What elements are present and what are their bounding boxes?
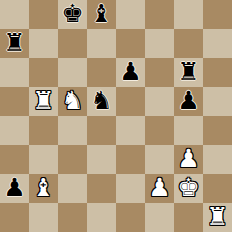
square-d1[interactable] [87,203,116,232]
square-f6[interactable] [145,58,174,87]
square-b7[interactable] [29,29,58,58]
square-f4[interactable] [145,116,174,145]
white-rook: ♜ [32,88,54,113]
black-king: ♚ [61,1,83,26]
square-c5[interactable]: ♞ [58,87,87,116]
square-d3[interactable] [87,145,116,174]
square-e7[interactable] [116,29,145,58]
square-a2[interactable]: ♟ [0,174,29,203]
square-c3[interactable] [58,145,87,174]
square-e5[interactable] [116,87,145,116]
square-a5[interactable] [0,87,29,116]
square-d4[interactable] [87,116,116,145]
square-h4[interactable] [203,116,232,145]
square-c1[interactable] [58,203,87,232]
white-pawn: ♟ [177,146,199,171]
black-rook: ♜ [177,59,199,84]
square-h6[interactable] [203,58,232,87]
square-h8[interactable] [203,0,232,29]
square-h3[interactable] [203,145,232,174]
square-c6[interactable] [58,58,87,87]
square-h1[interactable]: ♜ [203,203,232,232]
square-a1[interactable] [0,203,29,232]
square-g7[interactable] [174,29,203,58]
square-b8[interactable] [29,0,58,29]
square-f7[interactable] [145,29,174,58]
square-g8[interactable] [174,0,203,29]
square-f8[interactable] [145,0,174,29]
square-g6[interactable]: ♜ [174,58,203,87]
white-king: ♚ [177,175,199,200]
black-bishop: ♝ [90,1,112,26]
square-b3[interactable] [29,145,58,174]
square-a6[interactable] [0,58,29,87]
square-e2[interactable] [116,174,145,203]
square-b4[interactable] [29,116,58,145]
square-b2[interactable]: ♝ [29,174,58,203]
square-d6[interactable] [87,58,116,87]
square-c7[interactable] [58,29,87,58]
square-g2[interactable]: ♚ [174,174,203,203]
square-b6[interactable] [29,58,58,87]
black-pawn: ♟ [3,175,25,200]
square-b5[interactable]: ♜ [29,87,58,116]
black-pawn: ♟ [119,59,141,84]
square-e1[interactable] [116,203,145,232]
square-f2[interactable]: ♟ [145,174,174,203]
square-a7[interactable]: ♜ [0,29,29,58]
square-f1[interactable] [145,203,174,232]
white-bishop: ♝ [32,175,54,200]
square-c4[interactable] [58,116,87,145]
white-pawn: ♟ [148,175,170,200]
square-g3[interactable]: ♟ [174,145,203,174]
square-e3[interactable] [116,145,145,174]
square-b1[interactable] [29,203,58,232]
square-e6[interactable]: ♟ [116,58,145,87]
square-h7[interactable] [203,29,232,58]
square-d2[interactable] [87,174,116,203]
square-c2[interactable] [58,174,87,203]
square-h2[interactable] [203,174,232,203]
square-g1[interactable] [174,203,203,232]
black-pawn: ♟ [177,88,199,113]
square-d7[interactable] [87,29,116,58]
square-f5[interactable] [145,87,174,116]
square-a4[interactable] [0,116,29,145]
square-a8[interactable] [0,0,29,29]
square-g4[interactable] [174,116,203,145]
chess-board-wrap: ♚♝♜♟♜♜♞♞♟♟♟♝♟♚♜ [0,0,232,232]
square-d5[interactable]: ♞ [87,87,116,116]
square-e4[interactable] [116,116,145,145]
square-g5[interactable]: ♟ [174,87,203,116]
white-knight: ♞ [61,88,83,113]
square-a3[interactable] [0,145,29,174]
black-rook: ♜ [3,30,25,55]
white-rook: ♜ [206,204,228,229]
square-c8[interactable]: ♚ [58,0,87,29]
black-knight: ♞ [90,88,112,113]
square-d8[interactable]: ♝ [87,0,116,29]
square-h5[interactable] [203,87,232,116]
square-f3[interactable] [145,145,174,174]
square-e8[interactable] [116,0,145,29]
chess-board: ♚♝♜♟♜♜♞♞♟♟♟♝♟♚♜ [0,0,232,232]
